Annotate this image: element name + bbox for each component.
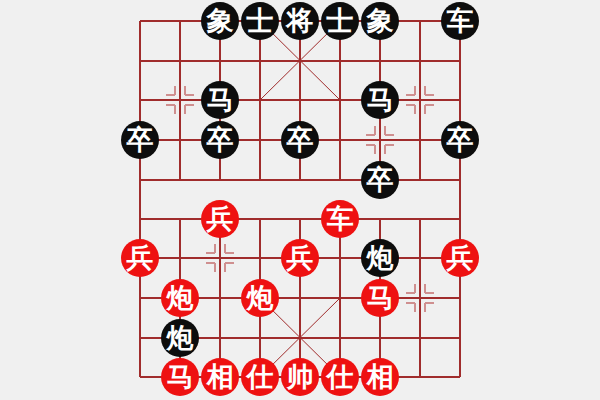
- black-cannon[interactable]: 炮: [161, 319, 199, 357]
- black-soldier[interactable]: 卒: [201, 121, 239, 159]
- black-elephant[interactable]: 象: [201, 2, 239, 40]
- red-cannon[interactable]: 炮: [241, 279, 279, 317]
- xiangqi-app: 象士将士象车马马卒卒卒卒卒炮炮兵车兵兵兵炮炮马马相仕帅仕相: [0, 0, 600, 400]
- black-advisor[interactable]: 士: [321, 2, 359, 40]
- red-general[interactable]: 帅: [281, 358, 319, 396]
- red-elephant[interactable]: 相: [201, 358, 239, 396]
- black-soldier[interactable]: 卒: [441, 121, 479, 159]
- black-elephant[interactable]: 象: [361, 2, 399, 40]
- black-advisor[interactable]: 士: [241, 2, 279, 40]
- red-soldier[interactable]: 兵: [441, 239, 479, 277]
- black-soldier[interactable]: 卒: [281, 121, 319, 159]
- red-soldier[interactable]: 兵: [201, 200, 239, 238]
- red-soldier[interactable]: 兵: [121, 239, 159, 277]
- red-chariot[interactable]: 车: [321, 200, 359, 238]
- black-horse[interactable]: 马: [361, 81, 399, 119]
- black-soldier[interactable]: 卒: [361, 161, 399, 199]
- red-elephant[interactable]: 相: [361, 358, 399, 396]
- black-chariot[interactable]: 车: [441, 2, 479, 40]
- black-cannon[interactable]: 炮: [361, 239, 399, 277]
- red-horse[interactable]: 马: [161, 358, 199, 396]
- xiangqi-board-grid: [0, 0, 600, 400]
- red-horse[interactable]: 马: [361, 279, 399, 317]
- black-soldier[interactable]: 卒: [121, 121, 159, 159]
- red-advisor[interactable]: 仕: [241, 358, 279, 396]
- red-soldier[interactable]: 兵: [281, 239, 319, 277]
- black-general[interactable]: 将: [281, 2, 319, 40]
- red-advisor[interactable]: 仕: [321, 358, 359, 396]
- red-cannon[interactable]: 炮: [161, 279, 199, 317]
- black-horse[interactable]: 马: [201, 81, 239, 119]
